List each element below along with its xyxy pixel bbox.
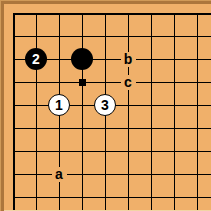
intersection-r1-c2[interactable] bbox=[25, 2, 48, 25]
intersection-r5-c7[interactable] bbox=[140, 94, 163, 117]
intersection-r5-c1[interactable] bbox=[2, 94, 25, 117]
intersection-r4-c6[interactable]: c bbox=[117, 71, 140, 94]
frame-bevel-bottom-light bbox=[4, 210, 211, 211]
intersection-r9-c1[interactable] bbox=[2, 186, 25, 209]
board-intersections: 2bc13a bbox=[2, 2, 209, 209]
intersection-r3-c8[interactable] bbox=[163, 48, 186, 71]
intersection-r7-c1[interactable] bbox=[2, 140, 25, 163]
point-label-b[interactable]: b bbox=[121, 52, 136, 67]
intersection-r3-c2[interactable]: 2 bbox=[25, 48, 48, 71]
square-marker bbox=[79, 79, 86, 86]
intersection-r6-c5[interactable] bbox=[94, 117, 117, 140]
intersection-r7-c8[interactable] bbox=[163, 140, 186, 163]
intersection-r6-c8[interactable] bbox=[163, 117, 186, 140]
intersection-r1-c4[interactable] bbox=[71, 2, 94, 25]
intersection-r5-c4[interactable] bbox=[71, 94, 94, 117]
intersection-r2-c7[interactable] bbox=[140, 25, 163, 48]
intersection-r1-c5[interactable] bbox=[94, 2, 117, 25]
intersection-r5-c6[interactable] bbox=[117, 94, 140, 117]
intersection-r8-c7[interactable] bbox=[140, 163, 163, 186]
intersection-r4-c9[interactable] bbox=[186, 71, 209, 94]
frame-bevel-top-dark bbox=[1, 1, 211, 4]
intersection-r9-c2[interactable] bbox=[25, 186, 48, 209]
intersection-r2-c5[interactable] bbox=[94, 25, 117, 48]
intersection-r1-c1[interactable] bbox=[2, 2, 25, 25]
intersection-r6-c2[interactable] bbox=[25, 117, 48, 140]
white-stone-move-3[interactable]: 3 bbox=[94, 94, 116, 116]
white-stone-move-1[interactable]: 1 bbox=[48, 94, 70, 116]
intersection-r2-c6[interactable] bbox=[117, 25, 140, 48]
intersection-r3-c9[interactable] bbox=[186, 48, 209, 71]
intersection-r3-c3[interactable] bbox=[48, 48, 71, 71]
intersection-r2-c1[interactable] bbox=[2, 25, 25, 48]
intersection-r8-c4[interactable] bbox=[71, 163, 94, 186]
intersection-r1-c3[interactable] bbox=[48, 2, 71, 25]
intersection-r7-c2[interactable] bbox=[25, 140, 48, 163]
intersection-r4-c3[interactable] bbox=[48, 71, 71, 94]
intersection-r8-c6[interactable] bbox=[117, 163, 140, 186]
intersection-r8-c9[interactable] bbox=[186, 163, 209, 186]
black-stone-move-2[interactable]: 2 bbox=[25, 48, 47, 70]
intersection-r7-c3[interactable] bbox=[48, 140, 71, 163]
intersection-r1-c9[interactable] bbox=[186, 2, 209, 25]
intersection-r8-c2[interactable] bbox=[25, 163, 48, 186]
intersection-r8-c1[interactable] bbox=[2, 163, 25, 186]
intersection-r6-c3[interactable] bbox=[48, 117, 71, 140]
intersection-r2-c8[interactable] bbox=[163, 25, 186, 48]
intersection-r7-c7[interactable] bbox=[140, 140, 163, 163]
point-label-c[interactable]: c bbox=[121, 75, 136, 90]
intersection-r9-c4[interactable] bbox=[71, 186, 94, 209]
intersection-r8-c5[interactable] bbox=[94, 163, 117, 186]
intersection-r4-c5[interactable] bbox=[94, 71, 117, 94]
intersection-r4-c2[interactable] bbox=[25, 71, 48, 94]
go-board-diagram: 2bc13a bbox=[0, 0, 211, 211]
intersection-r9-c7[interactable] bbox=[140, 186, 163, 209]
intersection-r9-c6[interactable] bbox=[117, 186, 140, 209]
intersection-r3-c6[interactable]: b bbox=[117, 48, 140, 71]
intersection-r1-c8[interactable] bbox=[163, 2, 186, 25]
intersection-r1-c6[interactable] bbox=[117, 2, 140, 25]
intersection-r1-c7[interactable] bbox=[140, 2, 163, 25]
intersection-r9-c5[interactable] bbox=[94, 186, 117, 209]
intersection-r5-c9[interactable] bbox=[186, 94, 209, 117]
intersection-r3-c7[interactable] bbox=[140, 48, 163, 71]
intersection-r7-c4[interactable] bbox=[71, 140, 94, 163]
intersection-r9-c3[interactable] bbox=[48, 186, 71, 209]
intersection-r6-c9[interactable] bbox=[186, 117, 209, 140]
intersection-r5-c5[interactable]: 3 bbox=[94, 94, 117, 117]
intersection-r4-c4[interactable] bbox=[71, 71, 94, 94]
intersection-r4-c7[interactable] bbox=[140, 71, 163, 94]
intersection-r8-c3[interactable]: a bbox=[48, 163, 71, 186]
intersection-r2-c2[interactable] bbox=[25, 25, 48, 48]
black-stone[interactable] bbox=[71, 48, 93, 70]
intersection-r8-c8[interactable] bbox=[163, 163, 186, 186]
intersection-r5-c2[interactable] bbox=[25, 94, 48, 117]
intersection-r6-c7[interactable] bbox=[140, 117, 163, 140]
intersection-r6-c6[interactable] bbox=[117, 117, 140, 140]
intersection-r2-c4[interactable] bbox=[71, 25, 94, 48]
intersection-r7-c5[interactable] bbox=[94, 140, 117, 163]
point-label-a[interactable]: a bbox=[52, 167, 67, 182]
intersection-r2-c9[interactable] bbox=[186, 25, 209, 48]
intersection-r6-c4[interactable] bbox=[71, 117, 94, 140]
frame-bevel-left-dark bbox=[1, 1, 4, 211]
intersection-r7-c6[interactable] bbox=[117, 140, 140, 163]
intersection-r4-c8[interactable] bbox=[163, 71, 186, 94]
intersection-r9-c8[interactable] bbox=[163, 186, 186, 209]
intersection-r3-c1[interactable] bbox=[2, 48, 25, 71]
intersection-r9-c9[interactable] bbox=[186, 186, 209, 209]
intersection-r3-c5[interactable] bbox=[94, 48, 117, 71]
intersection-r7-c9[interactable] bbox=[186, 140, 209, 163]
intersection-r4-c1[interactable] bbox=[2, 71, 25, 94]
intersection-r5-c8[interactable] bbox=[163, 94, 186, 117]
intersection-r6-c1[interactable] bbox=[2, 117, 25, 140]
intersection-r5-c3[interactable]: 1 bbox=[48, 94, 71, 117]
intersection-r3-c4[interactable] bbox=[71, 48, 94, 71]
intersection-r2-c3[interactable] bbox=[48, 25, 71, 48]
